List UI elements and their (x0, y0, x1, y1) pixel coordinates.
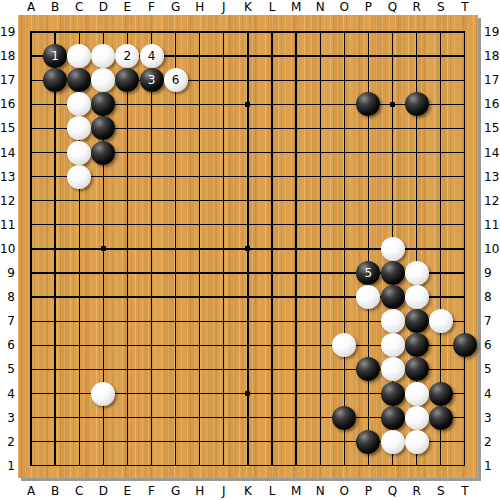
row-label-left: 5 (0, 363, 15, 376)
row-label-right: 17 (484, 74, 499, 87)
column-label-top: P (365, 0, 372, 15)
white-stone (67, 141, 91, 165)
row-label-left: 1 (0, 459, 15, 472)
column-label-top: D (99, 0, 108, 15)
black-stone (381, 406, 405, 430)
white-stone (381, 430, 405, 454)
star-point (245, 246, 250, 251)
black-stone (429, 406, 453, 430)
black-stone (405, 357, 429, 381)
star-point (390, 102, 395, 107)
row-label-right: 6 (484, 339, 492, 352)
white-stone (429, 309, 453, 333)
black-stone: 1 (43, 44, 67, 68)
black-stone (381, 261, 405, 285)
white-stone (332, 333, 356, 357)
row-label-left: 18 (0, 50, 15, 63)
black-stone (429, 382, 453, 406)
row-label-right: 9 (484, 267, 492, 280)
column-label-top: O (340, 0, 349, 15)
white-stone (405, 382, 429, 406)
row-label-right: 1 (484, 459, 492, 472)
row-label-left: 12 (0, 194, 15, 207)
column-label-top: A (27, 0, 35, 15)
row-label-left: 10 (0, 242, 15, 255)
row-label-right: 12 (484, 194, 499, 207)
white-stone (67, 44, 91, 68)
column-label-top: C (75, 0, 83, 15)
row-label-left: 15 (0, 122, 15, 135)
row-label-left: 3 (0, 411, 15, 424)
black-stone (43, 68, 67, 92)
white-stone (381, 333, 405, 357)
white-stone (91, 68, 115, 92)
column-label-top: E (124, 0, 132, 15)
row-label-left: 11 (0, 218, 15, 231)
row-label-left: 8 (0, 291, 15, 304)
row-label-right: 16 (484, 98, 499, 111)
white-stone: 4 (140, 44, 164, 68)
column-label-top: Q (388, 0, 397, 15)
row-label-right: 15 (484, 122, 499, 135)
column-label-bottom: H (195, 483, 204, 500)
row-label-right: 11 (484, 218, 499, 231)
white-stone (405, 430, 429, 454)
column-label-bottom: S (437, 483, 445, 500)
column-label-top: L (269, 0, 276, 15)
black-stone (405, 92, 429, 116)
column-label-top: H (195, 0, 204, 15)
row-label-right: 2 (484, 435, 492, 448)
column-label-bottom: K (244, 483, 252, 500)
white-stone (405, 285, 429, 309)
column-label-bottom: J (222, 483, 226, 500)
column-label-bottom: B (51, 483, 59, 500)
grid-line (344, 31, 345, 466)
black-stone (332, 406, 356, 430)
column-label-bottom: C (75, 483, 83, 500)
black-stone (453, 333, 477, 357)
column-label-top: M (291, 0, 301, 15)
column-label-top: J (222, 0, 226, 15)
column-label-bottom: A (27, 483, 35, 500)
black-stone (356, 357, 380, 381)
column-label-bottom: L (269, 483, 276, 500)
grid-line (271, 31, 272, 466)
row-label-left: 16 (0, 98, 15, 111)
row-label-left: 17 (0, 74, 15, 87)
row-label-right: 19 (484, 26, 499, 39)
row-label-right: 5 (484, 363, 492, 376)
row-label-right: 4 (484, 387, 492, 400)
column-label-bottom: D (99, 483, 108, 500)
column-label-bottom: R (412, 483, 420, 500)
move-number: 1 (51, 50, 59, 62)
white-stone (67, 92, 91, 116)
white-stone (405, 261, 429, 285)
go-diagram-page: 124365 AABBCCDDEEFFGGHHJJKKLLMMNNOOPPQQR… (0, 0, 500, 500)
column-label-bottom: E (124, 483, 132, 500)
row-label-right: 3 (484, 411, 492, 424)
move-number: 4 (148, 50, 156, 62)
white-stone (67, 165, 91, 189)
row-label-left: 9 (0, 267, 15, 280)
column-label-bottom: F (148, 483, 155, 500)
star-point (245, 102, 250, 107)
white-stone (381, 357, 405, 381)
move-number: 3 (148, 74, 156, 86)
column-label-bottom: Q (388, 483, 397, 500)
column-label-bottom: T (461, 483, 468, 500)
row-label-left: 13 (0, 170, 15, 183)
move-number: 2 (124, 50, 132, 62)
row-label-left: 14 (0, 146, 15, 159)
column-label-top: S (437, 0, 445, 15)
column-label-bottom: G (171, 483, 180, 500)
star-point (101, 246, 106, 251)
move-number: 5 (365, 267, 373, 279)
black-stone (381, 285, 405, 309)
black-stone (381, 382, 405, 406)
black-stone (356, 430, 380, 454)
row-label-left: 6 (0, 339, 15, 352)
column-label-top: F (148, 0, 155, 15)
black-stone (67, 68, 91, 92)
move-number: 6 (172, 74, 180, 86)
white-stone: 6 (164, 68, 188, 92)
black-stone (91, 141, 115, 165)
star-point (245, 391, 250, 396)
white-stone (381, 237, 405, 261)
column-label-bottom: P (365, 483, 372, 500)
column-label-bottom: M (291, 483, 301, 500)
row-label-left: 2 (0, 435, 15, 448)
grid-line (30, 465, 465, 466)
row-label-left: 19 (0, 26, 15, 39)
row-label-right: 18 (484, 50, 499, 63)
grid-line (320, 31, 321, 466)
row-label-right: 13 (484, 170, 499, 183)
white-stone (356, 285, 380, 309)
row-label-left: 7 (0, 315, 15, 328)
column-label-bottom: O (340, 483, 349, 500)
black-stone (115, 68, 139, 92)
black-stone: 3 (140, 68, 164, 92)
grid-line (464, 31, 465, 466)
column-label-top: G (171, 0, 180, 15)
white-stone: 2 (115, 44, 139, 68)
black-stone (91, 92, 115, 116)
row-label-right: 7 (484, 315, 492, 328)
goban[interactable]: 124365 (18, 15, 478, 478)
column-label-bottom: N (316, 483, 325, 500)
black-stone (91, 116, 115, 140)
row-label-right: 8 (484, 291, 492, 304)
column-label-top: R (412, 0, 420, 15)
white-stone (381, 309, 405, 333)
black-stone (405, 333, 429, 357)
grid-line (295, 31, 296, 466)
column-label-top: N (316, 0, 325, 15)
black-stone (356, 92, 380, 116)
white-stone (67, 116, 91, 140)
white-stone (405, 406, 429, 430)
row-label-right: 10 (484, 242, 499, 255)
column-label-top: B (51, 0, 59, 15)
white-stone (91, 382, 115, 406)
column-label-top: T (461, 0, 468, 15)
white-stone (91, 44, 115, 68)
black-stone (405, 309, 429, 333)
column-label-top: K (244, 0, 252, 15)
row-label-right: 14 (484, 146, 499, 159)
black-stone: 5 (356, 261, 380, 285)
row-label-left: 4 (0, 387, 15, 400)
